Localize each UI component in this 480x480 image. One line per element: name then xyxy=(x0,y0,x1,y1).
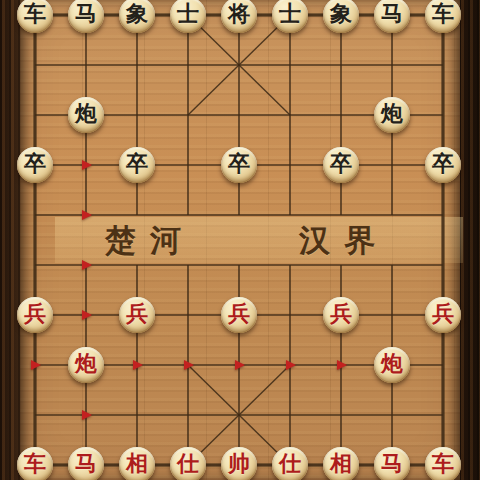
move-marker[interactable] xyxy=(82,260,92,270)
piece-character: 帅 xyxy=(228,453,250,475)
move-marker[interactable] xyxy=(82,310,92,320)
piece-black-soldier[interactable]: 卒 xyxy=(323,147,359,183)
piece-character: 卒 xyxy=(228,153,250,175)
piece-character: 兵 xyxy=(24,303,46,325)
xiangqi-board xyxy=(20,0,460,480)
piece-character: 车 xyxy=(24,3,46,25)
piece-character: 马 xyxy=(381,453,403,475)
piece-red-soldier[interactable]: 兵 xyxy=(221,297,257,333)
piece-red-soldier[interactable]: 兵 xyxy=(425,297,461,333)
piece-character: 炮 xyxy=(381,103,403,125)
piece-character: 仕 xyxy=(279,453,301,475)
piece-red-soldier[interactable]: 兵 xyxy=(323,297,359,333)
piece-red-advisor[interactable]: 仕 xyxy=(170,447,206,480)
xiangqi-app: 楚河 汉界 车马象士将士象马车炮炮卒卒卒卒卒兵兵兵兵兵炮炮车马相仕帅仕相马车 xyxy=(0,0,480,480)
piece-red-chariot[interactable]: 车 xyxy=(17,447,53,480)
move-marker[interactable] xyxy=(82,410,92,420)
piece-red-general[interactable]: 帅 xyxy=(221,447,257,480)
river-label-chu-he: 楚河 xyxy=(91,225,195,256)
piece-black-cannon[interactable]: 炮 xyxy=(68,97,104,133)
piece-character: 象 xyxy=(330,3,352,25)
piece-character: 炮 xyxy=(75,353,97,375)
piece-red-advisor[interactable]: 仕 xyxy=(272,447,308,480)
piece-red-soldier[interactable]: 兵 xyxy=(119,297,155,333)
piece-character: 卒 xyxy=(126,153,148,175)
piece-black-soldier[interactable]: 卒 xyxy=(119,147,155,183)
piece-red-elephant[interactable]: 相 xyxy=(119,447,155,480)
piece-character: 兵 xyxy=(330,303,352,325)
piece-character: 炮 xyxy=(381,353,403,375)
river-label-han-jie: 汉界 xyxy=(285,225,389,256)
piece-red-horse[interactable]: 马 xyxy=(68,447,104,480)
piece-red-soldier[interactable]: 兵 xyxy=(17,297,53,333)
piece-character: 仕 xyxy=(177,453,199,475)
piece-black-cannon[interactable]: 炮 xyxy=(374,97,410,133)
piece-character: 车 xyxy=(432,3,454,25)
move-marker[interactable] xyxy=(31,360,41,370)
piece-character: 车 xyxy=(432,453,454,475)
piece-character: 兵 xyxy=(126,303,148,325)
move-marker[interactable] xyxy=(133,360,143,370)
move-marker[interactable] xyxy=(184,360,194,370)
piece-character: 马 xyxy=(381,3,403,25)
piece-character: 士 xyxy=(177,3,199,25)
piece-character: 卒 xyxy=(432,153,454,175)
piece-black-soldier[interactable]: 卒 xyxy=(17,147,53,183)
piece-character: 将 xyxy=(228,3,250,25)
piece-character: 卒 xyxy=(330,153,352,175)
move-marker[interactable] xyxy=(286,360,296,370)
piece-character: 士 xyxy=(279,3,301,25)
piece-character: 马 xyxy=(75,3,97,25)
piece-red-elephant[interactable]: 相 xyxy=(323,447,359,480)
move-marker[interactable] xyxy=(235,360,245,370)
piece-character: 兵 xyxy=(228,303,250,325)
piece-character: 兵 xyxy=(432,303,454,325)
piece-red-cannon[interactable]: 炮 xyxy=(374,347,410,383)
piece-character: 炮 xyxy=(75,103,97,125)
piece-character: 车 xyxy=(24,453,46,475)
piece-character: 象 xyxy=(126,3,148,25)
move-marker[interactable] xyxy=(82,210,92,220)
piece-red-cannon[interactable]: 炮 xyxy=(68,347,104,383)
piece-black-soldier[interactable]: 卒 xyxy=(425,147,461,183)
piece-character: 相 xyxy=(126,453,148,475)
move-marker[interactable] xyxy=(82,160,92,170)
piece-black-soldier[interactable]: 卒 xyxy=(221,147,257,183)
piece-red-horse[interactable]: 马 xyxy=(374,447,410,480)
piece-character: 相 xyxy=(330,453,352,475)
move-marker[interactable] xyxy=(337,360,347,370)
piece-character: 卒 xyxy=(24,153,46,175)
piece-character: 马 xyxy=(75,453,97,475)
piece-red-chariot[interactable]: 车 xyxy=(425,447,461,480)
